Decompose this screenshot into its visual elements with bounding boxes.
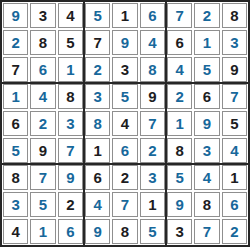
cell-r4c1[interactable]: 1 (3, 84, 28, 109)
cell-r7c8[interactable]: 4 (194, 165, 219, 190)
cell-r6c8[interactable]: 3 (194, 138, 219, 163)
cell-r3c8[interactable]: 5 (194, 57, 219, 82)
cell-r8c8[interactable]: 8 (194, 192, 219, 217)
cell-r7c5[interactable]: 2 (112, 165, 137, 190)
cell-r6c4[interactable]: 1 (85, 138, 110, 163)
cell-r4c2[interactable]: 4 (30, 84, 55, 109)
cell-r6c2[interactable]: 9 (30, 138, 55, 163)
cell-r8c4[interactable]: 4 (85, 192, 110, 217)
cell-r6c7[interactable]: 8 (167, 138, 192, 163)
cell-r1c6[interactable]: 6 (140, 3, 165, 28)
cell-r3c7[interactable]: 4 (167, 57, 192, 82)
cell-r2c3[interactable]: 5 (58, 30, 83, 55)
cell-r1c8[interactable]: 2 (194, 3, 219, 28)
cell-r4c3[interactable]: 8 (58, 84, 83, 109)
cell-r7c1[interactable]: 8 (3, 165, 28, 190)
cell-r1c3[interactable]: 4 (58, 3, 83, 28)
cell-r9c5[interactable]: 8 (112, 219, 137, 244)
cell-r5c9[interactable]: 5 (222, 111, 247, 136)
cell-r6c5[interactable]: 6 (112, 138, 137, 163)
cell-r2c2[interactable]: 8 (30, 30, 55, 55)
cell-r6c6[interactable]: 2 (140, 138, 165, 163)
cell-r5c5[interactable]: 4 (112, 111, 137, 136)
cell-r2c5[interactable]: 9 (112, 30, 137, 55)
cell-r1c9[interactable]: 8 (222, 3, 247, 28)
cell-r7c6[interactable]: 3 (140, 165, 165, 190)
cell-r9c6[interactable]: 5 (140, 219, 165, 244)
cell-r1c1[interactable]: 9 (3, 3, 28, 28)
cell-r9c1[interactable]: 4 (3, 219, 28, 244)
cell-r3c1[interactable]: 7 (3, 57, 28, 82)
cell-r9c8[interactable]: 7 (194, 219, 219, 244)
cell-r3c3[interactable]: 1 (58, 57, 83, 82)
cell-r8c3[interactable]: 2 (58, 192, 83, 217)
cell-r4c7[interactable]: 2 (167, 84, 192, 109)
cell-r5c2[interactable]: 2 (30, 111, 55, 136)
cell-r8c1[interactable]: 3 (3, 192, 28, 217)
cell-r2c8[interactable]: 1 (194, 30, 219, 55)
cell-r1c7[interactable]: 7 (167, 3, 192, 28)
cell-r2c6[interactable]: 4 (140, 30, 165, 55)
cell-r8c7[interactable]: 9 (167, 192, 192, 217)
cell-r3c9[interactable]: 9 (222, 57, 247, 82)
cell-r4c5[interactable]: 5 (112, 84, 137, 109)
cell-r6c3[interactable]: 7 (58, 138, 83, 163)
cell-r1c4[interactable]: 5 (85, 3, 110, 28)
cell-r8c5[interactable]: 7 (112, 192, 137, 217)
cell-r9c7[interactable]: 3 (167, 219, 192, 244)
cell-r7c4[interactable]: 6 (85, 165, 110, 190)
cell-r1c5[interactable]: 1 (112, 3, 137, 28)
cell-r2c7[interactable]: 6 (167, 30, 192, 55)
cell-r9c4[interactable]: 9 (85, 219, 110, 244)
cell-r2c1[interactable]: 2 (3, 30, 28, 55)
cell-r7c3[interactable]: 9 (58, 165, 83, 190)
cell-r4c8[interactable]: 6 (194, 84, 219, 109)
cell-r4c6[interactable]: 9 (140, 84, 165, 109)
cell-r8c2[interactable]: 5 (30, 192, 55, 217)
cell-r3c5[interactable]: 3 (112, 57, 137, 82)
cell-r4c9[interactable]: 7 (222, 84, 247, 109)
cell-r4c4[interactable]: 3 (85, 84, 110, 109)
cell-r9c2[interactable]: 1 (30, 219, 55, 244)
cell-r8c9[interactable]: 6 (222, 192, 247, 217)
cell-r7c7[interactable]: 5 (167, 165, 192, 190)
cell-r1c2[interactable]: 3 (30, 3, 55, 28)
cell-r3c6[interactable]: 8 (140, 57, 165, 82)
cell-r2c9[interactable]: 3 (222, 30, 247, 55)
cell-r7c9[interactable]: 1 (222, 165, 247, 190)
cell-r3c4[interactable]: 2 (85, 57, 110, 82)
cell-r9c3[interactable]: 6 (58, 219, 83, 244)
sudoku-board: 9345167282857946137612384591483592676238… (0, 0, 250, 247)
cell-r5c3[interactable]: 3 (58, 111, 83, 136)
cell-r6c9[interactable]: 4 (222, 138, 247, 163)
cell-r3c2[interactable]: 6 (30, 57, 55, 82)
cell-r5c1[interactable]: 6 (3, 111, 28, 136)
cell-r5c7[interactable]: 1 (167, 111, 192, 136)
cell-r9c9[interactable]: 2 (222, 219, 247, 244)
cell-r6c1[interactable]: 5 (3, 138, 28, 163)
cell-r5c6[interactable]: 7 (140, 111, 165, 136)
cell-r2c4[interactable]: 7 (85, 30, 110, 55)
cell-r5c4[interactable]: 8 (85, 111, 110, 136)
cell-r5c8[interactable]: 9 (194, 111, 219, 136)
cell-r8c6[interactable]: 1 (140, 192, 165, 217)
cell-r7c2[interactable]: 7 (30, 165, 55, 190)
